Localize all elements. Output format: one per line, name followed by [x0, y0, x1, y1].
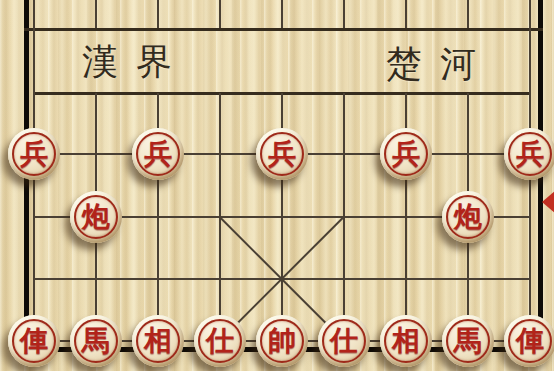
piece-glyph: 兵 [144, 140, 172, 168]
grid-line [219, 0, 221, 28]
piece-red-advisor[interactable]: 仕 [194, 315, 246, 367]
river-label-right: 楚河 [386, 44, 494, 84]
piece-glyph: 兵 [20, 140, 48, 168]
piece-glyph: 相 [392, 327, 420, 355]
piece-red-chariot[interactable]: 俥 [8, 315, 60, 367]
piece-glyph: 仕 [206, 327, 234, 355]
piece-glyph: 炮 [82, 203, 110, 231]
piece-glyph: 兵 [392, 140, 420, 168]
piece-red-soldier[interactable]: 兵 [132, 128, 184, 180]
xiangqi-board: 漢界 楚河 兵兵兵兵兵炮炮俥馬相仕帥仕相馬俥 [0, 0, 554, 371]
grid-line [157, 0, 159, 28]
piece-glyph: 馬 [454, 327, 482, 355]
grid-line [24, 28, 543, 31]
piece-red-soldier[interactable]: 兵 [504, 128, 554, 180]
grid-line [467, 0, 469, 28]
piece-red-chariot[interactable]: 俥 [504, 315, 554, 367]
piece-red-cannon[interactable]: 炮 [442, 191, 494, 243]
piece-glyph: 兵 [516, 140, 544, 168]
river-label-left: 漢界 [82, 42, 190, 82]
grid-line [343, 0, 345, 28]
piece-red-advisor[interactable]: 仕 [318, 315, 370, 367]
piece-red-general[interactable]: 帥 [256, 315, 308, 367]
piece-red-soldier[interactable]: 兵 [256, 128, 308, 180]
piece-glyph: 兵 [268, 140, 296, 168]
piece-red-soldier[interactable]: 兵 [8, 128, 60, 180]
grid-line [405, 0, 407, 28]
piece-glyph: 相 [144, 327, 172, 355]
piece-glyph: 俥 [20, 327, 48, 355]
piece-red-horse[interactable]: 馬 [70, 315, 122, 367]
piece-red-cannon[interactable]: 炮 [70, 191, 122, 243]
piece-red-soldier[interactable]: 兵 [380, 128, 432, 180]
piece-red-elephant[interactable]: 相 [380, 315, 432, 367]
piece-glyph: 帥 [268, 327, 296, 355]
piece-glyph: 馬 [82, 327, 110, 355]
piece-glyph: 仕 [330, 327, 358, 355]
grid-line [281, 0, 283, 28]
grid-line [95, 0, 97, 28]
piece-red-horse[interactable]: 馬 [442, 315, 494, 367]
edge-marker-red-arrow [542, 190, 554, 214]
piece-red-elephant[interactable]: 相 [132, 315, 184, 367]
piece-glyph: 炮 [454, 203, 482, 231]
piece-glyph: 俥 [516, 327, 544, 355]
